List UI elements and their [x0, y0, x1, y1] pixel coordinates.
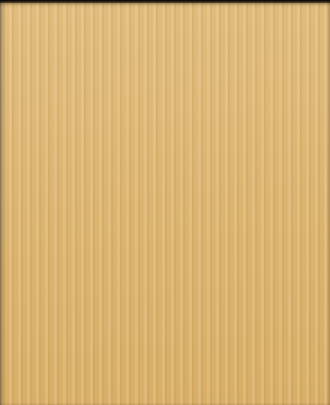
pieces-layer — [0, 12, 330, 392]
xiangqi-board — [0, 0, 330, 405]
